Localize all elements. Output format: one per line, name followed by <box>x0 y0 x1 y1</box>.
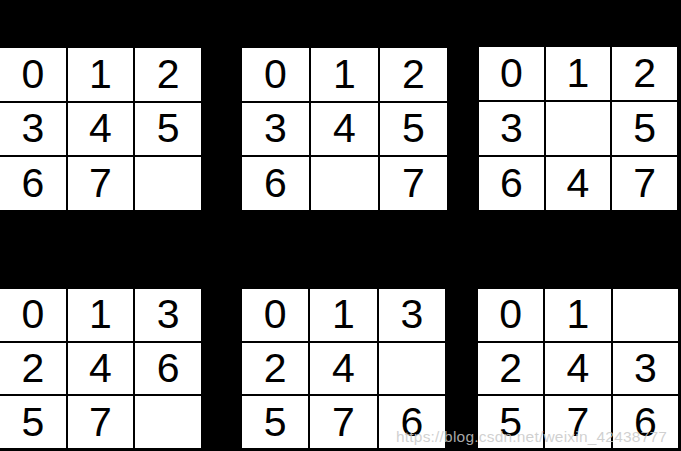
tile-6: 6 <box>479 157 544 210</box>
tile-3: 3 <box>135 289 201 341</box>
tile-1: 1 <box>311 48 378 101</box>
tile-4: 4 <box>310 343 376 395</box>
tile-4: 4 <box>546 157 611 210</box>
tile-2: 2 <box>135 48 201 101</box>
tile-4: 4 <box>311 103 378 156</box>
puzzle-board-bottom-right: 01243576 <box>478 289 678 448</box>
tile-7: 7 <box>612 157 677 210</box>
tile-2: 2 <box>242 343 308 395</box>
tile-3: 3 <box>379 289 445 341</box>
tile-1: 1 <box>68 48 134 101</box>
tile-2: 2 <box>380 48 447 101</box>
tile-5: 5 <box>380 103 447 156</box>
tile-6: 6 <box>242 157 309 210</box>
tile-4: 4 <box>545 343 610 395</box>
tile-2: 2 <box>0 343 66 395</box>
tile-6: 6 <box>379 396 445 448</box>
tile-6: 6 <box>135 343 201 395</box>
tile-5: 5 <box>242 396 308 448</box>
blank-cell <box>135 157 201 210</box>
tile-7: 7 <box>68 396 134 448</box>
tile-2: 2 <box>478 343 543 395</box>
tile-1: 1 <box>545 289 610 341</box>
tile-0: 0 <box>479 47 544 100</box>
tile-3: 3 <box>479 102 544 155</box>
tile-4: 4 <box>68 103 134 156</box>
puzzle-board-top-middle: 01234567 <box>242 48 447 210</box>
tile-3: 3 <box>242 103 309 156</box>
puzzle-board-bottom-middle: 01324576 <box>242 289 445 448</box>
blank-cell <box>546 102 611 155</box>
tile-5: 5 <box>478 396 543 448</box>
tile-0: 0 <box>242 289 308 341</box>
tile-2: 2 <box>612 47 677 100</box>
blank-cell <box>311 157 378 210</box>
tile-7: 7 <box>380 157 447 210</box>
tile-3: 3 <box>0 103 66 156</box>
tile-1: 1 <box>68 289 134 341</box>
tile-0: 0 <box>0 289 66 341</box>
puzzle-board-top-left: 01234567 <box>0 48 201 210</box>
blank-cell <box>613 289 678 341</box>
tile-0: 0 <box>478 289 543 341</box>
tile-7: 7 <box>545 396 610 448</box>
tile-0: 0 <box>242 48 309 101</box>
tile-3: 3 <box>613 343 678 395</box>
puzzle-diagram-canvas: 01234567 01234567 01235647 01324657 0132… <box>0 0 681 451</box>
blank-cell <box>135 396 201 448</box>
tile-0: 0 <box>0 48 66 101</box>
puzzle-board-top-right: 01235647 <box>479 47 677 210</box>
tile-4: 4 <box>68 343 134 395</box>
blank-cell <box>379 343 445 395</box>
tile-6: 6 <box>0 157 66 210</box>
tile-5: 5 <box>612 102 677 155</box>
tile-6: 6 <box>613 396 678 448</box>
tile-5: 5 <box>0 396 66 448</box>
tile-1: 1 <box>546 47 611 100</box>
puzzle-board-bottom-left: 01324657 <box>0 289 201 448</box>
tile-5: 5 <box>135 103 201 156</box>
tile-1: 1 <box>310 289 376 341</box>
tile-7: 7 <box>68 157 134 210</box>
tile-7: 7 <box>310 396 376 448</box>
